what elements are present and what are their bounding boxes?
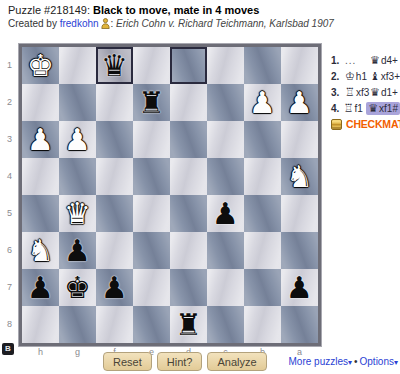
square-a4[interactable]: ♞ xyxy=(281,158,318,195)
move-list: 1....♛d4+2.♔h1♝xf3+3.♖xf3♛d1+4.♖f1♛xf1# xyxy=(331,54,400,118)
square-f5[interactable] xyxy=(96,195,133,232)
square-g8[interactable] xyxy=(59,306,96,343)
square-h6[interactable]: ♞ xyxy=(22,232,59,269)
black-pawn-g6: ♟ xyxy=(64,232,91,269)
square-b8[interactable] xyxy=(244,306,281,343)
square-f6[interactable] xyxy=(96,232,133,269)
square-g7[interactable]: ♚ xyxy=(59,269,96,306)
black-queen-f1: ♛ xyxy=(101,47,128,84)
white-move-text: f1 xyxy=(355,103,363,114)
square-f1[interactable]: ♛ xyxy=(96,47,133,84)
square-a3[interactable] xyxy=(281,121,318,158)
square-c2[interactable] xyxy=(207,84,244,121)
square-e1[interactable] xyxy=(133,47,170,84)
move-number: 2. xyxy=(331,71,345,82)
puzzle-page: Puzzle #218149: Black to move, mate in 4… xyxy=(0,0,400,374)
square-c6[interactable] xyxy=(207,232,244,269)
square-e8[interactable] xyxy=(133,306,170,343)
white-move-2[interactable]: ♔h1 xyxy=(345,70,370,83)
square-g4[interactable] xyxy=(59,158,96,195)
square-f4[interactable] xyxy=(96,158,133,195)
white-move-figurine-icon: ♖ xyxy=(345,86,355,99)
move-row-2.: 2.♔h1♝xf3+ xyxy=(331,70,400,86)
square-a2[interactable]: ♟ xyxy=(281,84,318,121)
move-row-1.: 1....♛d4+ xyxy=(331,54,400,70)
more-puzzles-caret-icon[interactable]: ▾ xyxy=(348,358,352,367)
black-pawn-a7: ♟ xyxy=(286,269,313,306)
black-rook-e2: ♜ xyxy=(138,84,165,121)
square-g3[interactable]: ♟ xyxy=(59,121,96,158)
black-move-text: xf3+ xyxy=(381,71,400,82)
analyze-button[interactable]: Analyze xyxy=(207,352,266,371)
square-d1[interactable] xyxy=(170,47,207,84)
board: ♚♛♜♟♟♟♟♞♛♟♞♟♟♚♟♟♜ xyxy=(22,47,318,343)
square-e6[interactable] xyxy=(133,232,170,269)
rank-label-6: 6 xyxy=(0,232,17,269)
white-move-4[interactable]: ♖f1 xyxy=(344,102,367,115)
board-frame: ♚♛♜♟♟♟♟♞♛♟♞♟♟♚♟♟♜ xyxy=(19,44,321,346)
author-link[interactable]: fredkohn xyxy=(60,18,99,29)
square-e7[interactable] xyxy=(133,269,170,306)
options-caret-icon[interactable]: ▾ xyxy=(394,358,398,367)
hint-button[interactable]: Hint? xyxy=(157,352,203,371)
square-h7[interactable]: ♟ xyxy=(22,269,59,306)
square-h1[interactable]: ♚ xyxy=(22,47,59,84)
square-d5[interactable] xyxy=(170,195,207,232)
rank-label-7: 7 xyxy=(0,269,17,306)
white-move-text: h1 xyxy=(356,71,367,82)
footer-links: More puzzles▾•Options▾ xyxy=(289,356,398,367)
white-pawn-b2: ♟ xyxy=(249,84,276,121)
square-d7[interactable] xyxy=(170,269,207,306)
white-knight-a4: ♞ xyxy=(286,158,313,195)
black-move-text: d4+ xyxy=(381,55,398,66)
move-row-3.: 3.♖xf3♛d1+ xyxy=(331,86,400,102)
rank-label-5: 5 xyxy=(0,195,17,232)
puzzle-subheader: Created by fredkohn : Erich Cohn v. Rich… xyxy=(8,18,334,31)
square-h3[interactable]: ♟ xyxy=(22,121,59,158)
file-label-g: g xyxy=(59,347,96,357)
black-rook-d8: ♜ xyxy=(175,306,202,343)
rank-labels: 12345678 xyxy=(0,47,17,343)
link-separator: • xyxy=(354,356,358,367)
square-a6[interactable] xyxy=(281,232,318,269)
square-c5[interactable]: ♟ xyxy=(207,195,244,232)
move-number: 3. xyxy=(331,87,345,98)
square-f7[interactable]: ♟ xyxy=(96,269,133,306)
white-king-h1: ♚ xyxy=(27,47,54,84)
square-a7[interactable]: ♟ xyxy=(281,269,318,306)
black-pawn-f7: ♟ xyxy=(101,269,128,306)
black-pawn-h7: ♟ xyxy=(27,269,54,306)
black-move-figurine-icon: ♛ xyxy=(370,86,380,99)
black-move-2[interactable]: ♝xf3+ xyxy=(370,70,400,83)
white-move-text: ... xyxy=(345,55,356,66)
rank-label-8: 8 xyxy=(0,306,17,343)
black-move-3[interactable]: ♛d1+ xyxy=(370,86,398,99)
square-c8[interactable] xyxy=(207,306,244,343)
square-e3[interactable] xyxy=(133,121,170,158)
black-move-4[interactable]: ♛xf1# xyxy=(366,102,400,115)
square-g1[interactable] xyxy=(59,47,96,84)
square-d8[interactable]: ♜ xyxy=(170,306,207,343)
square-a1[interactable] xyxy=(281,47,318,84)
square-b5[interactable] xyxy=(244,195,281,232)
square-d4[interactable] xyxy=(170,158,207,195)
square-b2[interactable]: ♟ xyxy=(244,84,281,121)
checkmate-label: CHECKMATE xyxy=(346,118,400,130)
square-a8[interactable] xyxy=(281,306,318,343)
button-row: ResetHint?Analyze xyxy=(103,352,267,371)
square-g5[interactable]: ♛ xyxy=(59,195,96,232)
square-c3[interactable] xyxy=(207,121,244,158)
rank-label-4: 4 xyxy=(0,158,17,195)
square-b6[interactable] xyxy=(244,232,281,269)
square-b3[interactable] xyxy=(244,121,281,158)
checkmate-icon xyxy=(331,119,342,130)
square-e2[interactable]: ♜ xyxy=(133,84,170,121)
reset-button[interactable]: Reset xyxy=(103,352,152,371)
black-move-figurine-icon: ♛ xyxy=(368,102,378,115)
colon: : xyxy=(110,18,113,29)
square-d3[interactable] xyxy=(170,121,207,158)
move-number: 1. xyxy=(331,55,345,66)
square-d2[interactable] xyxy=(170,84,207,121)
white-queen-g5: ♛ xyxy=(64,195,91,232)
rank-label-2: 2 xyxy=(0,84,17,121)
white-pawn-g3: ♟ xyxy=(64,121,91,158)
rank-label-1: 1 xyxy=(0,47,17,84)
square-d6[interactable] xyxy=(170,232,207,269)
white-pawn-a2: ♟ xyxy=(286,84,313,121)
square-c4[interactable] xyxy=(207,158,244,195)
square-h8[interactable] xyxy=(22,306,59,343)
square-c7[interactable] xyxy=(207,269,244,306)
black-move-text: d1+ xyxy=(381,87,398,98)
result-row: CHECKMATE xyxy=(331,118,400,130)
puzzle-title: Black to move, mate in 4 moves xyxy=(93,4,259,16)
black-king-g7: ♚ xyxy=(64,269,91,306)
square-b7[interactable] xyxy=(244,269,281,306)
more-puzzles-link[interactable]: More puzzles xyxy=(289,356,348,367)
square-b1[interactable] xyxy=(244,47,281,84)
square-h2[interactable] xyxy=(22,84,59,121)
white-knight-h6: ♞ xyxy=(27,232,54,269)
white-move-3[interactable]: ♖xf3 xyxy=(345,86,370,99)
move-row-4.: 4.♖f1♛xf1# xyxy=(331,102,400,118)
square-h5[interactable] xyxy=(22,195,59,232)
black-move-text: xf1# xyxy=(379,103,398,114)
square-e5[interactable] xyxy=(133,195,170,232)
white-move-text: xf3 xyxy=(356,87,369,98)
square-c1[interactable] xyxy=(207,47,244,84)
black-move-figurine-icon: ♝ xyxy=(370,70,380,83)
white-move-figurine-icon: ♔ xyxy=(345,70,355,83)
square-g6[interactable]: ♟ xyxy=(59,232,96,269)
white-move-1[interactable]: ... xyxy=(345,55,370,66)
created-by-label: Created by xyxy=(8,18,57,29)
file-label-h: h xyxy=(22,347,59,357)
square-a5[interactable] xyxy=(281,195,318,232)
black-move-1[interactable]: ♛d4+ xyxy=(370,54,398,67)
square-f8[interactable] xyxy=(96,306,133,343)
square-f2[interactable] xyxy=(96,84,133,121)
square-h4[interactable] xyxy=(22,158,59,195)
black-move-figurine-icon: ♛ xyxy=(370,54,380,67)
move-number: 4. xyxy=(331,103,344,114)
side-to-move-indicator: B xyxy=(2,343,14,355)
puzzle-number-label: Puzzle #218149: xyxy=(8,4,90,16)
rank-label-3: 3 xyxy=(0,121,17,158)
square-b4[interactable] xyxy=(244,158,281,195)
options-link[interactable]: Options xyxy=(360,356,394,367)
white-pawn-h3: ♟ xyxy=(27,121,54,158)
square-f3[interactable] xyxy=(96,121,133,158)
square-e4[interactable] xyxy=(133,158,170,195)
black-pawn-c5: ♟ xyxy=(212,195,239,232)
puzzle-header: Puzzle #218149: Black to move, mate in 4… xyxy=(8,4,259,16)
white-move-figurine-icon: ♖ xyxy=(344,102,354,115)
game-info: Erich Cohn v. Richard Teichmann, Karlsba… xyxy=(116,18,334,29)
square-g2[interactable] xyxy=(59,84,96,121)
